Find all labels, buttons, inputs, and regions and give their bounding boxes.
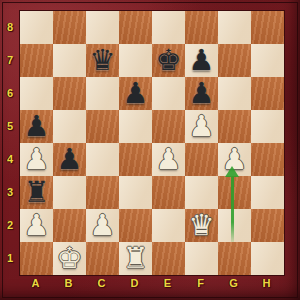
file-label-a: A xyxy=(19,275,52,291)
square-b3[interactable] xyxy=(53,176,86,209)
square-a7[interactable] xyxy=(20,44,53,77)
square-d4[interactable] xyxy=(119,143,152,176)
square-g4[interactable]: ♟ xyxy=(218,143,251,176)
white-pawn[interactable]: ♟ xyxy=(185,110,218,143)
rank-label-6: 6 xyxy=(3,76,17,109)
square-c5[interactable] xyxy=(86,110,119,143)
square-b1[interactable]: ♚ xyxy=(53,242,86,275)
square-a5[interactable]: ♟ xyxy=(20,110,53,143)
square-g6[interactable] xyxy=(218,77,251,110)
square-h3[interactable] xyxy=(251,176,284,209)
white-king[interactable]: ♚ xyxy=(53,242,86,275)
square-d3[interactable] xyxy=(119,176,152,209)
rank-label-5: 5 xyxy=(3,109,17,142)
square-f1[interactable] xyxy=(185,242,218,275)
square-a3[interactable]: ♜ xyxy=(20,176,53,209)
rank-label-1: 1 xyxy=(3,241,17,274)
square-d2[interactable] xyxy=(119,209,152,242)
white-pawn[interactable]: ♟ xyxy=(218,143,251,176)
square-d7[interactable] xyxy=(119,44,152,77)
chess-board: ♛♚♟♟♟♟♟♟♟♟♟♜♟♟♛♚♜ xyxy=(19,10,285,276)
square-h4[interactable] xyxy=(251,143,284,176)
file-label-b: B xyxy=(52,275,85,291)
square-e2[interactable] xyxy=(152,209,185,242)
square-e1[interactable] xyxy=(152,242,185,275)
square-d1[interactable]: ♜ xyxy=(119,242,152,275)
rank-label-8: 8 xyxy=(3,10,17,43)
square-e8[interactable] xyxy=(152,11,185,44)
white-pawn[interactable]: ♟ xyxy=(152,143,185,176)
rank-label-7: 7 xyxy=(3,43,17,76)
square-b5[interactable] xyxy=(53,110,86,143)
square-c4[interactable] xyxy=(86,143,119,176)
white-queen[interactable]: ♛ xyxy=(185,209,218,242)
square-h2[interactable] xyxy=(251,209,284,242)
black-pawn[interactable]: ♟ xyxy=(20,110,53,143)
square-b7[interactable] xyxy=(53,44,86,77)
square-d6[interactable]: ♟ xyxy=(119,77,152,110)
file-label-f: F xyxy=(184,275,217,291)
square-b6[interactable] xyxy=(53,77,86,110)
black-king[interactable]: ♚ xyxy=(152,44,185,77)
square-c6[interactable] xyxy=(86,77,119,110)
square-f5[interactable]: ♟ xyxy=(185,110,218,143)
square-b4[interactable]: ♟ xyxy=(53,143,86,176)
square-a1[interactable] xyxy=(20,242,53,275)
square-g3[interactable] xyxy=(218,176,251,209)
square-c2[interactable]: ♟ xyxy=(86,209,119,242)
file-label-h: H xyxy=(250,275,283,291)
square-f8[interactable] xyxy=(185,11,218,44)
square-f3[interactable] xyxy=(185,176,218,209)
square-a8[interactable] xyxy=(20,11,53,44)
rank-label-2: 2 xyxy=(3,208,17,241)
square-a2[interactable]: ♟ xyxy=(20,209,53,242)
square-g5[interactable] xyxy=(218,110,251,143)
rank-label-3: 3 xyxy=(3,175,17,208)
black-pawn[interactable]: ♟ xyxy=(185,77,218,110)
square-h1[interactable] xyxy=(251,242,284,275)
black-pawn[interactable]: ♟ xyxy=(185,44,218,77)
square-h7[interactable] xyxy=(251,44,284,77)
square-h6[interactable] xyxy=(251,77,284,110)
file-label-d: D xyxy=(118,275,151,291)
white-pawn[interactable]: ♟ xyxy=(86,209,119,242)
square-d5[interactable] xyxy=(119,110,152,143)
white-rook[interactable]: ♜ xyxy=(119,242,152,275)
square-b2[interactable] xyxy=(53,209,86,242)
square-e4[interactable]: ♟ xyxy=(152,143,185,176)
square-h5[interactable] xyxy=(251,110,284,143)
square-c8[interactable] xyxy=(86,11,119,44)
square-e7[interactable]: ♚ xyxy=(152,44,185,77)
file-label-c: C xyxy=(85,275,118,291)
square-e5[interactable] xyxy=(152,110,185,143)
chess-board-frame: ♛♚♟♟♟♟♟♟♟♟♟♜♟♟♛♚♜ 87654321ABCDEFGH xyxy=(0,0,300,300)
square-f6[interactable]: ♟ xyxy=(185,77,218,110)
square-f7[interactable]: ♟ xyxy=(185,44,218,77)
square-a6[interactable] xyxy=(20,77,53,110)
square-h8[interactable] xyxy=(251,11,284,44)
white-pawn[interactable]: ♟ xyxy=(20,209,53,242)
square-e6[interactable] xyxy=(152,77,185,110)
square-c3[interactable] xyxy=(86,176,119,209)
square-f2[interactable]: ♛ xyxy=(185,209,218,242)
square-e3[interactable] xyxy=(152,176,185,209)
file-label-e: E xyxy=(151,275,184,291)
black-pawn[interactable]: ♟ xyxy=(53,143,86,176)
black-queen[interactable]: ♛ xyxy=(86,44,119,77)
square-c7[interactable]: ♛ xyxy=(86,44,119,77)
white-pawn[interactable]: ♟ xyxy=(20,143,53,176)
square-g1[interactable] xyxy=(218,242,251,275)
rank-label-4: 4 xyxy=(3,142,17,175)
square-c1[interactable] xyxy=(86,242,119,275)
square-f4[interactable] xyxy=(185,143,218,176)
square-g7[interactable] xyxy=(218,44,251,77)
black-rook[interactable]: ♜ xyxy=(20,176,53,209)
black-pawn[interactable]: ♟ xyxy=(119,77,152,110)
square-a4[interactable]: ♟ xyxy=(20,143,53,176)
file-label-g: G xyxy=(217,275,250,291)
square-b8[interactable] xyxy=(53,11,86,44)
square-g2[interactable] xyxy=(218,209,251,242)
square-d8[interactable] xyxy=(119,11,152,44)
square-g8[interactable] xyxy=(218,11,251,44)
